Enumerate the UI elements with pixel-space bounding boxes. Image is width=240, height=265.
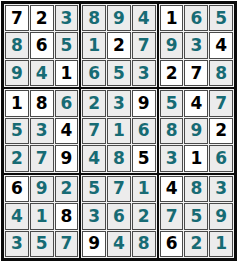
cell-r8c2[interactable]: 1	[30, 203, 54, 229]
cell-r2c4[interactable]: 1	[82, 32, 106, 58]
cell-r3c8: 7	[184, 60, 208, 86]
cell-r3c1[interactable]: 9	[5, 60, 29, 86]
cell-r2c6[interactable]: 7	[132, 32, 156, 58]
cell-r2c7[interactable]: 9	[160, 32, 184, 58]
cell-r2c2: 6	[30, 32, 54, 58]
cell-r6c4[interactable]: 4	[82, 145, 106, 171]
cell-r8c8[interactable]: 5	[184, 203, 208, 229]
cell-r9c3[interactable]: 7	[55, 231, 79, 257]
cell-r7c2[interactable]: 9	[30, 176, 54, 202]
box-4: 186534279	[4, 89, 79, 172]
cell-r5c4[interactable]: 7	[82, 118, 106, 144]
cell-r4c8: 4	[184, 90, 208, 116]
cell-r8c6[interactable]: 2	[132, 203, 156, 229]
box-6: 547892316	[159, 89, 234, 172]
cell-r2c5: 2	[107, 32, 131, 58]
cell-r6c8: 1	[184, 145, 208, 171]
cell-r7c7: 4	[160, 176, 184, 202]
cell-r9c6[interactable]: 8	[132, 231, 156, 257]
cell-r9c9[interactable]: 1	[209, 231, 233, 257]
cell-r4c9[interactable]: 7	[209, 90, 233, 116]
cell-r1c3[interactable]: 3	[55, 5, 79, 31]
cell-r3c7: 2	[160, 60, 184, 86]
cell-r6c1[interactable]: 2	[5, 145, 29, 171]
cell-r9c5[interactable]: 4	[107, 231, 131, 257]
cell-r9c1[interactable]: 3	[5, 231, 29, 257]
cell-r7c1: 6	[5, 176, 29, 202]
cell-r8c5[interactable]: 6	[107, 203, 131, 229]
cell-r6c6: 5	[132, 145, 156, 171]
box-7: 692418357	[4, 175, 79, 258]
cell-r2c9: 4	[209, 32, 233, 58]
cell-r4c5[interactable]: 3	[107, 90, 131, 116]
cell-r1c8[interactable]: 6	[184, 5, 208, 31]
cell-r6c9[interactable]: 6	[209, 145, 233, 171]
cell-r7c6[interactable]: 1	[132, 176, 156, 202]
cell-r9c4: 9	[82, 231, 106, 257]
cell-r2c1[interactable]: 8	[5, 32, 29, 58]
cell-r3c2[interactable]: 4	[30, 60, 54, 86]
cell-r5c9: 2	[209, 118, 233, 144]
cell-r3c9[interactable]: 8	[209, 60, 233, 86]
sudoku-board: 7238659418941276531659342781865342792397…	[1, 1, 237, 261]
cell-r6c2[interactable]: 7	[30, 145, 54, 171]
cell-r1c4[interactable]: 8	[82, 5, 106, 31]
cell-r5c2[interactable]: 3	[30, 118, 54, 144]
cell-r8c3: 8	[55, 203, 79, 229]
cell-r1c5[interactable]: 9	[107, 5, 131, 31]
cell-r2c8[interactable]: 3	[184, 32, 208, 58]
cell-r5c1[interactable]: 5	[5, 118, 29, 144]
cell-r4c4[interactable]: 2	[82, 90, 106, 116]
cell-r4c2: 8	[30, 90, 54, 116]
cell-r6c7[interactable]: 3	[160, 145, 184, 171]
cell-r5c8[interactable]: 9	[184, 118, 208, 144]
cell-r1c6[interactable]: 4	[132, 5, 156, 31]
cell-r9c7: 6	[160, 231, 184, 257]
cell-r3c4[interactable]: 6	[82, 60, 106, 86]
cell-r6c5[interactable]: 8	[107, 145, 131, 171]
cell-r1c2: 2	[30, 5, 54, 31]
cell-r4c3[interactable]: 6	[55, 90, 79, 116]
cell-r5c7[interactable]: 8	[160, 118, 184, 144]
cell-r3c5[interactable]: 5	[107, 60, 131, 86]
cell-r7c9[interactable]: 3	[209, 176, 233, 202]
cell-r4c7[interactable]: 5	[160, 90, 184, 116]
cell-r4c6: 9	[132, 90, 156, 116]
cell-r5c5[interactable]: 1	[107, 118, 131, 144]
cell-r7c8[interactable]: 8	[184, 176, 208, 202]
cell-r7c4[interactable]: 5	[82, 176, 106, 202]
cell-r8c4[interactable]: 3	[82, 203, 106, 229]
cell-r8c9[interactable]: 9	[209, 203, 233, 229]
cell-r9c8[interactable]: 2	[184, 231, 208, 257]
cell-r3c3: 1	[55, 60, 79, 86]
cell-r2c3[interactable]: 5	[55, 32, 79, 58]
cell-r8c7[interactable]: 7	[160, 203, 184, 229]
box-9: 483759621	[159, 175, 234, 258]
cell-r8c1[interactable]: 4	[5, 203, 29, 229]
cell-r4c1: 1	[5, 90, 29, 116]
cell-r3c6[interactable]: 3	[132, 60, 156, 86]
cell-r9c2[interactable]: 5	[30, 231, 54, 257]
cell-r5c3: 4	[55, 118, 79, 144]
cell-r1c7: 1	[160, 5, 184, 31]
box-2: 894127653	[81, 4, 156, 87]
cell-r6c3: 9	[55, 145, 79, 171]
box-5: 239716485	[81, 89, 156, 172]
box-3: 165934278	[159, 4, 234, 87]
cell-r5c6[interactable]: 6	[132, 118, 156, 144]
box-8: 571362948	[81, 175, 156, 258]
cell-r1c1: 7	[5, 5, 29, 31]
cell-r7c5[interactable]: 7	[107, 176, 131, 202]
cell-r7c3[interactable]: 2	[55, 176, 79, 202]
cell-r1c9[interactable]: 5	[209, 5, 233, 31]
box-1: 723865941	[4, 4, 79, 87]
